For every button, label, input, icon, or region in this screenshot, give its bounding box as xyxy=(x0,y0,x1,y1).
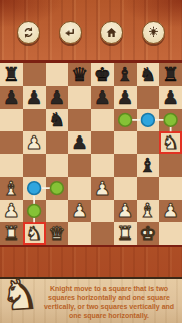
square-c3[interactable] xyxy=(46,177,69,200)
square-e8[interactable]: ♚ xyxy=(91,63,114,86)
piece-white-bishop[interactable]: ♝ xyxy=(0,177,23,200)
piece-black-pawn[interactable]: ♟ xyxy=(0,86,23,109)
square-f5[interactable] xyxy=(114,131,137,154)
lesson-text: Knight move to a square that is two squa… xyxy=(39,284,179,320)
square-e6[interactable] xyxy=(91,109,114,132)
home-icon xyxy=(105,26,118,39)
square-g5[interactable] xyxy=(137,131,160,154)
piece-black-bishop[interactable]: ♝ xyxy=(137,154,160,177)
square-g4[interactable]: ♝ xyxy=(137,154,160,177)
piece-black-pawn[interactable]: ♟ xyxy=(68,131,91,154)
square-e7[interactable]: ♟ xyxy=(91,86,114,109)
chess-board[interactable]: ♜♛♚♝♞♜♟♟♟♟♟♟♞♟♟♞♝♝♟♟♟♟♝♟♜♞♛♜♚ xyxy=(0,60,182,247)
square-e4[interactable] xyxy=(91,154,114,177)
square-f6[interactable] xyxy=(114,109,137,132)
square-h4[interactable] xyxy=(159,154,182,177)
square-g2[interactable]: ♝ xyxy=(137,200,160,223)
piece-black-rook[interactable]: ♜ xyxy=(159,63,182,86)
hint-button[interactable] xyxy=(142,21,165,44)
piece-black-king[interactable]: ♚ xyxy=(91,63,114,86)
piece-white-king[interactable]: ♚ xyxy=(137,222,160,245)
square-a1[interactable]: ♜ xyxy=(0,222,23,245)
square-c8[interactable] xyxy=(46,63,69,86)
chess-board-grid: ♜♛♚♝♞♜♟♟♟♟♟♟♞♟♟♞♝♝♟♟♟♟♝♟♜♞♛♜♚ xyxy=(0,63,182,245)
square-c5[interactable] xyxy=(46,131,69,154)
piece-black-knight[interactable]: ♞ xyxy=(137,63,160,86)
square-g1[interactable]: ♚ xyxy=(137,222,160,245)
piece-white-pawn[interactable]: ♟ xyxy=(0,200,23,223)
square-g7[interactable] xyxy=(137,86,160,109)
square-f2[interactable]: ♟ xyxy=(114,200,137,223)
square-c1[interactable]: ♛ xyxy=(46,222,69,245)
chess-app-screen: ♜♛♚♝♞♜♟♟♟♟♟♟♞♟♟♞♝♝♟♟♟♟♝♟♜♞♛♜♚ ♞ Knight m… xyxy=(0,0,182,323)
square-a6[interactable] xyxy=(0,109,23,132)
square-b3[interactable] xyxy=(23,177,46,200)
restart-button[interactable] xyxy=(17,21,40,44)
square-h6[interactable] xyxy=(159,109,182,132)
lesson-panel: ♞ Knight move to a square that is two sq… xyxy=(0,277,182,323)
piece-white-bishop[interactable]: ♝ xyxy=(137,200,160,223)
square-e2[interactable] xyxy=(91,200,114,223)
square-d6[interactable] xyxy=(68,109,91,132)
square-f3[interactable] xyxy=(114,177,137,200)
square-h5[interactable]: ♞ xyxy=(159,131,182,154)
square-a5[interactable] xyxy=(0,131,23,154)
square-d5[interactable]: ♟ xyxy=(68,131,91,154)
restart-icon xyxy=(22,26,35,39)
piece-white-pawn[interactable]: ♟ xyxy=(91,177,114,200)
square-h2[interactable]: ♟ xyxy=(159,200,182,223)
square-g6[interactable] xyxy=(137,109,160,132)
square-e5[interactable] xyxy=(91,131,114,154)
square-b2[interactable] xyxy=(23,200,46,223)
square-b5[interactable]: ♟ xyxy=(23,131,46,154)
piece-white-rook[interactable]: ♜ xyxy=(114,222,137,245)
undo-arrow-icon xyxy=(64,26,77,39)
square-h1[interactable] xyxy=(159,222,182,245)
lightbulb-icon xyxy=(147,26,160,39)
piece-white-pawn[interactable]: ♟ xyxy=(23,131,46,154)
square-h8[interactable]: ♜ xyxy=(159,63,182,86)
square-f7[interactable]: ♟ xyxy=(114,86,137,109)
square-h3[interactable] xyxy=(159,177,182,200)
square-a2[interactable]: ♟ xyxy=(0,200,23,223)
square-c6[interactable]: ♞ xyxy=(46,109,69,132)
square-f8[interactable]: ♝ xyxy=(114,63,137,86)
piece-black-pawn[interactable]: ♟ xyxy=(23,86,46,109)
undo-button[interactable] xyxy=(59,21,82,44)
square-c2[interactable] xyxy=(46,200,69,223)
piece-black-pawn[interactable]: ♟ xyxy=(114,86,137,109)
piece-white-rook[interactable]: ♜ xyxy=(0,222,23,245)
square-e3[interactable]: ♟ xyxy=(91,177,114,200)
piece-white-pawn[interactable]: ♟ xyxy=(159,200,182,223)
piece-white-queen[interactable]: ♛ xyxy=(46,222,69,245)
square-f4[interactable] xyxy=(114,154,137,177)
piece-black-pawn[interactable]: ♟ xyxy=(46,86,69,109)
square-d3[interactable] xyxy=(68,177,91,200)
square-d1[interactable] xyxy=(68,222,91,245)
square-a4[interactable] xyxy=(0,154,23,177)
piece-black-queen[interactable]: ♛ xyxy=(68,63,91,86)
square-h7[interactable]: ♟ xyxy=(159,86,182,109)
square-g3[interactable] xyxy=(137,177,160,200)
square-d7[interactable] xyxy=(68,86,91,109)
piece-black-pawn[interactable]: ♟ xyxy=(91,86,114,109)
square-d4[interactable] xyxy=(68,154,91,177)
square-b8[interactable] xyxy=(23,63,46,86)
piece-white-pawn[interactable]: ♟ xyxy=(68,200,91,223)
piece-black-rook[interactable]: ♜ xyxy=(0,63,23,86)
piece-white-knight[interactable]: ♞ xyxy=(23,222,46,245)
square-c7[interactable]: ♟ xyxy=(46,86,69,109)
toolbar xyxy=(0,21,182,44)
square-a7[interactable]: ♟ xyxy=(0,86,23,109)
piece-black-knight[interactable]: ♞ xyxy=(46,109,69,132)
square-b6[interactable] xyxy=(23,109,46,132)
square-b7[interactable]: ♟ xyxy=(23,86,46,109)
square-b1[interactable]: ♞ xyxy=(23,222,46,245)
square-f1[interactable]: ♜ xyxy=(114,222,137,245)
piece-white-knight[interactable]: ♞ xyxy=(159,131,182,154)
square-g8[interactable]: ♞ xyxy=(137,63,160,86)
piece-black-bishop[interactable]: ♝ xyxy=(114,63,137,86)
piece-black-pawn[interactable]: ♟ xyxy=(159,86,182,109)
square-d2[interactable]: ♟ xyxy=(68,200,91,223)
square-b4[interactable] xyxy=(23,154,46,177)
piece-white-pawn[interactable]: ♟ xyxy=(114,200,137,223)
home-button[interactable] xyxy=(100,21,123,44)
square-a3[interactable]: ♝ xyxy=(0,177,23,200)
knight-icon: ♞ xyxy=(0,273,40,317)
square-e1[interactable] xyxy=(91,222,114,245)
square-a8[interactable]: ♜ xyxy=(0,63,23,86)
square-c4[interactable] xyxy=(46,154,69,177)
square-d8[interactable]: ♛ xyxy=(68,63,91,86)
